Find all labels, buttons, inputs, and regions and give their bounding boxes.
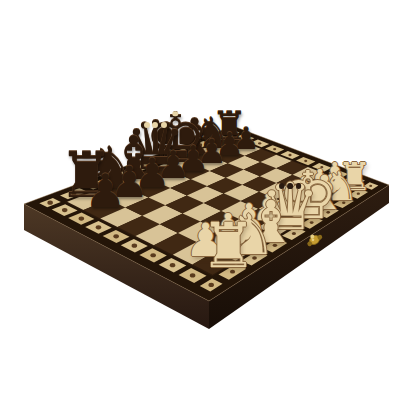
frame-ornament-mark	[113, 234, 119, 238]
frame-ornament-mark	[357, 192, 360, 194]
frame-ornament-mark	[230, 270, 235, 274]
frame-ornament-mark	[354, 179, 357, 181]
frame-ornament-mark	[310, 221, 314, 224]
chess-set-product-photo: ♜♞♝♛♚♝♞♜♟♟♟♟♟♟♟♟♟♟♟♟♟♟♟♟♜♞♝♛♚♝♞♜	[0, 0, 400, 400]
frame-ornament-mark	[96, 225, 102, 229]
frame-ornament-mark	[132, 244, 138, 248]
frame-ornament-mark	[292, 232, 296, 235]
frame-ornament-mark	[252, 256, 257, 260]
frame-ornament-mark	[320, 166, 323, 168]
frame-ornament-mark	[170, 263, 176, 267]
frame-ornament-mark	[71, 192, 76, 196]
frame-ornament-mark	[258, 142, 261, 144]
frame-ornament-mark	[79, 216, 85, 220]
frame-ornament-mark	[141, 165, 145, 168]
frame-ornament-mark	[230, 132, 233, 134]
frame-ornament-mark	[288, 154, 291, 156]
frame-ornament-mark	[119, 174, 124, 177]
frame-ornament-mark	[190, 273, 196, 277]
frame-ornament-mark	[369, 185, 372, 187]
frame-ornament-mark	[273, 148, 276, 150]
frame-ornament-mark	[208, 283, 214, 287]
frame-ornament-mark	[161, 158, 165, 161]
frame-ornament-mark	[199, 144, 203, 147]
frame-ornament-mark	[96, 182, 101, 186]
frame-ornament-mark	[47, 201, 53, 205]
frame-ornament-mark	[337, 172, 340, 174]
chess-board	[0, 0, 400, 400]
frame-ornament-mark	[273, 244, 277, 247]
frame-ornament-mark	[216, 137, 219, 140]
frame-ornament-mark	[342, 201, 345, 204]
frame-ornament-mark	[150, 253, 156, 257]
frame-ornament-mark	[62, 208, 68, 212]
frame-ornament-mark	[326, 211, 330, 214]
frame-ornament-mark	[304, 160, 307, 162]
frame-ornament-mark	[243, 137, 246, 139]
frame-ornament-mark	[181, 150, 185, 153]
